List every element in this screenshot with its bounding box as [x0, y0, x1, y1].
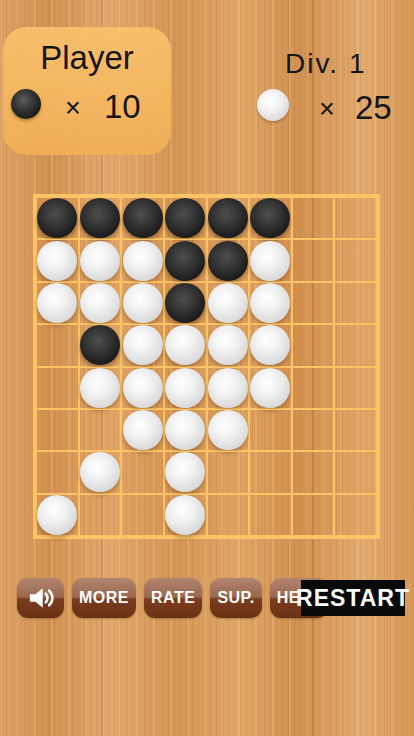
cell-f6[interactable] [249, 409, 292, 451]
cell-b8[interactable] [79, 494, 122, 536]
black-stone [165, 283, 205, 323]
cell-c3[interactable] [121, 282, 164, 324]
cell-d2[interactable] [164, 239, 207, 281]
cell-c8[interactable] [121, 494, 164, 536]
player-score-panel: Player × 10 [3, 27, 171, 155]
black-stone [37, 198, 77, 238]
cell-h8[interactable] [334, 494, 377, 536]
cell-a4[interactable] [36, 324, 79, 366]
cell-e1[interactable] [207, 197, 250, 239]
black-stone-count: 10 [104, 88, 141, 126]
cell-c6[interactable] [121, 409, 164, 451]
cell-f4[interactable] [249, 324, 292, 366]
control-bar: MORE RATE SUP. HELP [17, 578, 328, 618]
white-stone-count: 25 [355, 89, 392, 127]
cell-b2[interactable] [79, 239, 122, 281]
cell-d3[interactable] [164, 282, 207, 324]
cell-d5[interactable] [164, 367, 207, 409]
cell-h1[interactable] [334, 197, 377, 239]
cell-e5[interactable] [207, 367, 250, 409]
speaker-volume-icon [27, 586, 55, 610]
cell-b4[interactable] [79, 324, 122, 366]
white-stone [80, 368, 120, 408]
cell-e4[interactable] [207, 324, 250, 366]
white-stone [250, 241, 290, 281]
cell-c2[interactable] [121, 239, 164, 281]
cell-a1[interactable] [36, 197, 79, 239]
cell-h5[interactable] [334, 367, 377, 409]
cell-d8[interactable] [164, 494, 207, 536]
black-stone [165, 241, 205, 281]
white-stone [165, 368, 205, 408]
cell-h2[interactable] [334, 239, 377, 281]
black-stone-icon [11, 89, 41, 119]
multiply-sign: × [65, 93, 81, 124]
cell-a5[interactable] [36, 367, 79, 409]
cell-b3[interactable] [79, 282, 122, 324]
cell-g2[interactable] [292, 239, 335, 281]
cell-g3[interactable] [292, 282, 335, 324]
cell-d6[interactable] [164, 409, 207, 451]
cell-a8[interactable] [36, 494, 79, 536]
game-screen: Player × 10 Div. 1 × 25 MORE RATE SUP. H… [0, 0, 414, 736]
white-stone [80, 241, 120, 281]
cell-e2[interactable] [207, 239, 250, 281]
black-stone [80, 198, 120, 238]
opponent-name-label: Div. 1 [285, 48, 367, 80]
black-stone [208, 198, 248, 238]
white-stone-icon [257, 89, 289, 121]
cell-f3[interactable] [249, 282, 292, 324]
white-stone [123, 241, 163, 281]
cell-c1[interactable] [121, 197, 164, 239]
white-stone [80, 452, 120, 492]
cell-a2[interactable] [36, 239, 79, 281]
cell-f8[interactable] [249, 494, 292, 536]
black-stone [250, 198, 290, 238]
white-stone [123, 368, 163, 408]
cell-h7[interactable] [334, 451, 377, 493]
cell-e3[interactable] [207, 282, 250, 324]
cell-h4[interactable] [334, 324, 377, 366]
cell-e8[interactable] [207, 494, 250, 536]
white-stone [208, 325, 248, 365]
cell-a3[interactable] [36, 282, 79, 324]
cell-d1[interactable] [164, 197, 207, 239]
multiply-sign: × [319, 94, 335, 125]
cell-g4[interactable] [292, 324, 335, 366]
board [33, 194, 380, 539]
white-stone [165, 325, 205, 365]
black-stone [123, 198, 163, 238]
rate-button[interactable]: RATE [144, 578, 202, 618]
cell-h6[interactable] [334, 409, 377, 451]
cell-g5[interactable] [292, 367, 335, 409]
opponent-score-panel: Div. 1 × 25 [240, 40, 400, 140]
cell-h3[interactable] [334, 282, 377, 324]
cell-b6[interactable] [79, 409, 122, 451]
white-stone [250, 368, 290, 408]
white-stone [165, 495, 205, 535]
cell-e7[interactable] [207, 451, 250, 493]
cell-c5[interactable] [121, 367, 164, 409]
support-button[interactable]: SUP. [210, 578, 261, 618]
white-stone [165, 410, 205, 450]
cell-f2[interactable] [249, 239, 292, 281]
cell-c7[interactable] [121, 451, 164, 493]
cell-f7[interactable] [249, 451, 292, 493]
cell-d4[interactable] [164, 324, 207, 366]
cell-b5[interactable] [79, 367, 122, 409]
sound-toggle-button[interactable] [17, 578, 64, 618]
cell-g6[interactable] [292, 409, 335, 451]
cell-a7[interactable] [36, 451, 79, 493]
black-stone [208, 241, 248, 281]
cell-g7[interactable] [292, 451, 335, 493]
more-button[interactable]: MORE [72, 578, 136, 618]
cell-a6[interactable] [36, 409, 79, 451]
white-stone [37, 241, 77, 281]
cell-b7[interactable] [79, 451, 122, 493]
cell-g8[interactable] [292, 494, 335, 536]
white-stone [37, 283, 77, 323]
white-stone [208, 368, 248, 408]
white-stone [123, 283, 163, 323]
white-stone [250, 283, 290, 323]
cell-g1[interactable] [292, 197, 335, 239]
white-stone [80, 283, 120, 323]
cell-f5[interactable] [249, 367, 292, 409]
cell-d7[interactable] [164, 451, 207, 493]
white-stone [208, 283, 248, 323]
white-stone [250, 325, 290, 365]
white-stone [123, 325, 163, 365]
white-stone [123, 410, 163, 450]
black-stone [80, 325, 120, 365]
black-stone [165, 198, 205, 238]
white-stone [37, 495, 77, 535]
cell-b1[interactable] [79, 197, 122, 239]
cell-f1[interactable] [249, 197, 292, 239]
cell-e6[interactable] [207, 409, 250, 451]
white-stone [165, 452, 205, 492]
cell-c4[interactable] [121, 324, 164, 366]
white-stone [208, 410, 248, 450]
player-name-label: Player [3, 39, 171, 77]
restart-button[interactable]: RESTART [301, 580, 405, 616]
